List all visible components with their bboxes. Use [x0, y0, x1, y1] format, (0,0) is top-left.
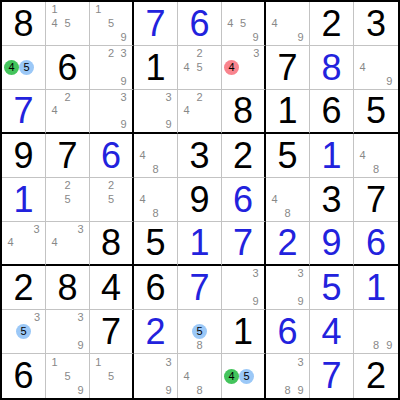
cell-r1c3[interactable]: 159: [90, 2, 134, 46]
candidate-8: 8: [369, 162, 382, 176]
cell-r7c1[interactable]: 2: [2, 266, 46, 310]
cell-r3c8[interactable]: 6: [310, 90, 354, 134]
cell-r6c3[interactable]: 8: [90, 222, 134, 266]
pencilmarks: 239: [90, 46, 132, 89]
candidate-1: 1: [92, 355, 105, 369]
cell-r5c6[interactable]: 6: [222, 178, 266, 222]
empty-slot-9: [254, 384, 262, 398]
empty-slot-3: [162, 135, 175, 149]
empty-slot-4: [92, 104, 105, 117]
empty-slot-3: [74, 355, 87, 369]
empty-slot-2: [61, 355, 74, 369]
cell-r5c3[interactable]: 25: [90, 178, 134, 222]
candidate-9: 9: [117, 30, 130, 44]
cell-r2c3[interactable]: 239: [90, 46, 134, 90]
pencilmarks: 39: [134, 354, 177, 398]
solved-digit: 8: [310, 46, 353, 89]
empty-slot-8: [193, 74, 206, 88]
candidate-3: 3: [74, 223, 87, 236]
candidate-3: 3: [117, 91, 130, 104]
empty-slot-9: [34, 75, 43, 88]
empty-slot-7: [136, 206, 149, 220]
cell-r1c2[interactable]: 145: [46, 2, 90, 46]
cell-r3c6[interactable]: 8: [222, 90, 266, 134]
empty-slot-1: [48, 179, 61, 193]
empty-slot-8: [281, 294, 294, 308]
empty-slot-2: [239, 355, 254, 369]
candidate-5: 5: [105, 193, 118, 207]
cell-r4c5[interactable]: 3: [178, 134, 222, 178]
empty-slot-6: [162, 149, 175, 163]
cell-r1c5[interactable]: 6: [178, 2, 222, 46]
empty-slot-2: [281, 3, 294, 17]
cell-r6c4[interactable]: 5: [134, 222, 178, 266]
empty-slot-6: [31, 324, 43, 339]
cell-r2c6[interactable]: 34: [222, 46, 266, 90]
empty-slot-6: [30, 236, 43, 249]
empty-slot-7: [180, 74, 193, 88]
empty-slot-3: [162, 179, 175, 193]
cell-r7c8[interactable]: 5: [310, 266, 354, 310]
candidate-4: 4: [180, 61, 193, 75]
cell-r6c5[interactable]: 1: [178, 222, 222, 266]
given-digit: 5: [354, 90, 398, 132]
candidate-3: 3: [31, 311, 43, 324]
given-digit: 9: [2, 134, 45, 177]
empty-slot-5: [281, 193, 294, 207]
pencilmarks: 48: [134, 178, 177, 221]
cell-r5c4[interactable]: 48: [134, 178, 178, 222]
empty-slot-3: [207, 311, 219, 324]
pencilmarks: 159: [46, 354, 89, 398]
cell-r9c2[interactable]: 159: [46, 354, 90, 398]
blue-highlighted-candidate-5: 5: [19, 60, 34, 75]
candidate-4: 4: [356, 61, 369, 75]
cell-r7c9[interactable]: 1: [354, 266, 398, 310]
empty-slot-2: [149, 135, 162, 149]
given-digit: 7: [90, 310, 132, 353]
empty-slot-5: [193, 369, 206, 383]
cell-r8c3[interactable]: 7: [90, 310, 134, 354]
cell-r1c7[interactable]: 49: [266, 2, 310, 46]
pencilmarks: 34: [2, 222, 45, 264]
candidate-slot-5: 5: [239, 369, 254, 384]
candidate-3: 3: [162, 355, 175, 369]
cell-r1c8[interactable]: 2: [310, 2, 354, 46]
empty-slot-8: [61, 383, 74, 397]
empty-slot-9: [383, 162, 396, 176]
empty-slot-6: [117, 17, 130, 31]
pencilmarks: 49: [354, 46, 398, 89]
cell-r4c9[interactable]: 48: [354, 134, 398, 178]
solved-digit: 1: [2, 178, 45, 221]
solved-digit: 6: [90, 134, 132, 177]
candidate-8: 8: [193, 383, 206, 397]
empty-slot-8: [239, 75, 251, 88]
cell-r7c4[interactable]: 6: [134, 266, 178, 310]
empty-slot-9: [206, 383, 219, 397]
empty-slot-7: [136, 383, 149, 397]
candidate-3: 3: [249, 267, 262, 281]
empty-slot-7: [356, 74, 369, 88]
given-digit: 6: [310, 90, 353, 132]
solved-digit: 7: [222, 222, 264, 264]
green-highlighted-candidate-4: 4: [224, 369, 239, 384]
cell-r9c3[interactable]: 15: [90, 354, 134, 398]
empty-slot-1: [356, 135, 369, 149]
solved-digit: 1: [354, 266, 398, 309]
given-digit: 4: [90, 266, 132, 309]
empty-slot-1: [136, 179, 149, 193]
cell-r2c8[interactable]: 8: [310, 46, 354, 90]
cell-r9c9[interactable]: 2: [354, 354, 398, 398]
empty-slot-2: [192, 311, 207, 324]
empty-slot-2: [16, 311, 31, 324]
empty-slot-7: [48, 206, 61, 220]
empty-slot-5: [193, 104, 206, 117]
solved-digit: 6: [178, 2, 221, 45]
empty-slot-9: [74, 30, 87, 44]
empty-slot-1: [48, 311, 61, 325]
empty-slot-6: [117, 61, 130, 75]
solved-digit: 1: [178, 222, 221, 264]
empty-slot-1: [92, 47, 105, 61]
cell-r9c5[interactable]: 48: [178, 354, 222, 398]
empty-slot-4: [180, 324, 192, 339]
empty-slot-1: [92, 91, 105, 104]
pencilmarks: 48: [134, 134, 177, 177]
cell-r2c4[interactable]: 1: [134, 46, 178, 90]
cell-r9c6[interactable]: 45: [222, 354, 266, 398]
candidate-3: 3: [74, 311, 87, 325]
pencilmarks: 25: [46, 178, 89, 221]
empty-slot-5: [149, 369, 162, 383]
cell-r5c9[interactable]: 7: [354, 178, 398, 222]
cell-r8c9[interactable]: 89: [354, 310, 398, 354]
cell-r4c2[interactable]: 7: [46, 134, 90, 178]
empty-slot-2: [281, 179, 294, 193]
empty-slot-1: [4, 311, 16, 324]
empty-slot-1: [180, 47, 193, 61]
empty-slot-6: [254, 369, 262, 384]
empty-slot-7: [92, 118, 105, 131]
empty-slot-2: [149, 179, 162, 193]
pencilmarks: 159: [90, 2, 132, 45]
given-digit: 3: [178, 134, 221, 177]
empty-slot-8: [19, 75, 34, 88]
empty-slot-7: [92, 74, 105, 88]
empty-slot-1: [4, 47, 19, 60]
solved-digit: 6: [222, 178, 264, 221]
cell-r8c2[interactable]: 39: [46, 310, 90, 354]
candidate-3: 3: [251, 47, 263, 60]
candidate-9: 9: [383, 74, 396, 88]
empty-slot-5: [105, 61, 118, 75]
candidate-1: 1: [48, 3, 61, 17]
empty-slot-9: [31, 339, 43, 352]
cell-r6c9[interactable]: 6: [354, 222, 398, 266]
empty-slot-5: [149, 104, 162, 117]
empty-slot-7: [92, 206, 105, 220]
empty-slot-3: [249, 3, 262, 17]
cell-r5c2[interactable]: 25: [46, 178, 90, 222]
candidate-9: 9: [162, 118, 175, 131]
candidate-4: 4: [136, 193, 149, 207]
cell-r6c2[interactable]: 34: [46, 222, 90, 266]
cell-r5c5[interactable]: 9: [178, 178, 222, 222]
cell-r9c1[interactable]: 6: [2, 354, 46, 398]
cell-r3c7[interactable]: 1: [266, 90, 310, 134]
empty-slot-3: [383, 47, 396, 61]
pencilmarks: 15: [90, 354, 132, 398]
candidate-9: 9: [74, 338, 87, 352]
empty-slot-8: [237, 294, 250, 308]
candidate-8: 8: [369, 338, 382, 352]
empty-slot-6: [74, 325, 87, 339]
solved-digit: 7: [134, 2, 177, 45]
cell-r1c9[interactable]: 3: [354, 2, 398, 46]
empty-slot-4: [48, 325, 61, 339]
candidate-slot-5: 5: [19, 60, 34, 75]
empty-slot-8: [281, 30, 294, 44]
empty-slot-2: [369, 47, 382, 61]
cell-r4c1[interactable]: 9: [2, 134, 46, 178]
cell-r4c6[interactable]: 2: [222, 134, 266, 178]
solved-digit: 6: [266, 310, 309, 353]
cell-r2c1[interactable]: 45: [2, 46, 46, 90]
empty-slot-2: [237, 267, 250, 281]
empty-slot-2: [237, 3, 250, 17]
empty-slot-7: [92, 30, 105, 44]
candidate-8: 8: [149, 206, 162, 220]
empty-slot-5: [369, 149, 382, 163]
candidate-4: 4: [48, 17, 61, 31]
empty-slot-2: [105, 3, 118, 17]
blue-highlighted-candidate-5: 5: [239, 369, 254, 384]
empty-slot-3: [117, 355, 130, 369]
cell-r8c8[interactable]: 4: [310, 310, 354, 354]
empty-slot-6: [249, 17, 262, 31]
empty-slot-9: [294, 206, 307, 220]
cell-r3c1[interactable]: 7: [2, 90, 46, 134]
empty-slot-7: [268, 383, 281, 397]
empty-slot-5: [239, 60, 251, 75]
candidate-4: 4: [268, 193, 281, 207]
empty-slot-7: [224, 294, 237, 308]
empty-slot-5: [369, 325, 382, 339]
empty-slot-3: [206, 91, 219, 104]
empty-slot-2: [239, 47, 251, 60]
cell-r4c8[interactable]: 1: [310, 134, 354, 178]
candidate-5: 5: [61, 369, 74, 383]
candidate-9: 9: [294, 294, 307, 308]
green-highlighted-candidate-4: 4: [4, 60, 19, 75]
empty-slot-1: [224, 3, 237, 17]
empty-slot-6: [294, 193, 307, 207]
empty-slot-5: [369, 61, 382, 75]
cell-r8c7[interactable]: 6: [266, 310, 310, 354]
empty-slot-6: [74, 369, 87, 383]
empty-slot-5: [237, 281, 250, 295]
cell-r4c7[interactable]: 5: [266, 134, 310, 178]
pencilmarks: 459: [222, 2, 264, 45]
candidate-4: 4: [180, 369, 193, 383]
empty-slot-9: [117, 206, 130, 220]
empty-slot-9: [206, 118, 219, 131]
cell-r1c1[interactable]: 8: [2, 2, 46, 46]
empty-slot-4: [48, 369, 61, 383]
empty-slot-8: [61, 30, 74, 44]
candidate-9: 9: [74, 383, 87, 397]
candidate-3: 3: [294, 267, 307, 281]
cell-r8c1[interactable]: 35: [2, 310, 46, 354]
empty-slot-6: [34, 60, 43, 75]
pencilmarks: 45: [222, 354, 264, 398]
cell-r1c6[interactable]: 459: [222, 2, 266, 46]
cell-r3c9[interactable]: 5: [354, 90, 398, 134]
cell-r2c5[interactable]: 245: [178, 46, 222, 90]
empty-slot-3: [117, 179, 130, 193]
given-digit: 7: [354, 178, 398, 221]
cell-r5c1[interactable]: 1: [2, 178, 46, 222]
empty-slot-7: [48, 338, 61, 352]
cell-r6c7[interactable]: 2: [266, 222, 310, 266]
solved-digit: 9: [310, 222, 353, 264]
empty-slot-6: [117, 193, 130, 207]
cell-r8c4[interactable]: 2: [134, 310, 178, 354]
given-digit: 6: [134, 266, 177, 309]
empty-slot-8: [17, 250, 30, 263]
empty-slot-7: [356, 338, 369, 352]
empty-slot-3: [34, 47, 43, 60]
empty-slot-3: [254, 355, 262, 369]
empty-slot-4: [356, 325, 369, 339]
cell-r6c1[interactable]: 34: [2, 222, 46, 266]
empty-slot-8: [105, 30, 118, 44]
candidate-9: 9: [117, 74, 130, 88]
empty-slot-7: [268, 294, 281, 308]
cell-r3c2[interactable]: 24: [46, 90, 90, 134]
candidate-5: 5: [193, 61, 206, 75]
given-digit: 8: [2, 2, 45, 45]
empty-slot-4: [92, 193, 105, 207]
empty-slot-8: [105, 74, 118, 88]
empty-slot-2: [281, 355, 294, 369]
empty-slot-3: [294, 179, 307, 193]
cell-r2c9[interactable]: 49: [354, 46, 398, 90]
empty-slot-7: [4, 250, 17, 263]
empty-slot-6: [294, 369, 307, 383]
empty-slot-7: [48, 30, 61, 44]
empty-slot-8: [16, 339, 31, 352]
cell-r7c6[interactable]: 39: [222, 266, 266, 310]
empty-slot-8: [149, 118, 162, 131]
empty-slot-7: [180, 383, 193, 397]
cell-r3c4[interactable]: 39: [134, 90, 178, 134]
cell-r4c4[interactable]: 48: [134, 134, 178, 178]
cell-r3c5[interactable]: 24: [178, 90, 222, 134]
pencilmarks: 24: [178, 90, 221, 132]
candidate-4: 4: [180, 104, 193, 117]
candidate-9: 9: [294, 383, 307, 397]
cell-r9c4[interactable]: 39: [134, 354, 178, 398]
solved-digit: 2: [134, 310, 177, 353]
empty-slot-8: [105, 383, 118, 397]
cell-r6c8[interactable]: 9: [310, 222, 354, 266]
cell-r9c7[interactable]: 389: [266, 354, 310, 398]
cell-r8c5[interactable]: 58: [178, 310, 222, 354]
cell-r2c2[interactable]: 6: [46, 46, 90, 90]
empty-slot-5: [149, 149, 162, 163]
cell-r2c7[interactable]: 7: [266, 46, 310, 90]
pencilmarks: 24: [46, 90, 89, 132]
cell-r3c3[interactable]: 39: [90, 90, 134, 134]
cell-r5c8[interactable]: 3: [310, 178, 354, 222]
candidate-5: 5: [61, 17, 74, 31]
empty-slot-6: [162, 369, 175, 383]
empty-slot-1: [268, 355, 281, 369]
empty-slot-6: [383, 325, 396, 339]
cell-r7c5[interactable]: 7: [178, 266, 222, 310]
pencilmarks: 25: [90, 178, 132, 221]
cell-r7c2[interactable]: 8: [46, 266, 90, 310]
empty-slot-6: [383, 149, 396, 163]
cell-r7c7[interactable]: 39: [266, 266, 310, 310]
candidate-5: 5: [105, 369, 118, 383]
empty-slot-7: [224, 75, 239, 88]
pencilmarks: 389: [266, 354, 309, 398]
candidate-9: 9: [249, 294, 262, 308]
cell-r4c3[interactable]: 6: [90, 134, 134, 178]
empty-slot-6: [294, 281, 307, 295]
empty-slot-4: [92, 61, 105, 75]
empty-slot-6: [251, 60, 263, 75]
empty-slot-6: [383, 61, 396, 75]
empty-slot-2: [149, 355, 162, 369]
cell-r5c7[interactable]: 48: [266, 178, 310, 222]
empty-slot-1: [268, 179, 281, 193]
empty-slot-9: [74, 250, 87, 263]
empty-slot-1: [4, 223, 17, 236]
blue-highlighted-candidate-5: 5: [192, 324, 207, 339]
given-digit: 3: [310, 178, 353, 221]
empty-slot-2: [149, 91, 162, 104]
cell-r9c8[interactable]: 7: [310, 354, 354, 398]
empty-slot-7: [356, 162, 369, 176]
empty-slot-8: [61, 118, 74, 131]
empty-slot-8: [239, 384, 254, 398]
empty-slot-1: [356, 47, 369, 61]
solved-digit: 4: [310, 310, 353, 353]
cell-r1c4[interactable]: 7: [134, 2, 178, 46]
pencilmarks: 58: [178, 310, 221, 353]
empty-slot-3: [74, 179, 87, 193]
cell-r7c3[interactable]: 4: [90, 266, 134, 310]
cell-r6c6[interactable]: 7: [222, 222, 266, 266]
empty-slot-3: [206, 47, 219, 61]
empty-slot-9: [74, 206, 87, 220]
cell-r8c6[interactable]: 1: [222, 310, 266, 354]
candidate-3: 3: [117, 47, 130, 61]
pencilmarks: 39: [222, 266, 264, 309]
candidate-2: 2: [193, 91, 206, 104]
empty-slot-2: [61, 223, 74, 236]
empty-slot-1: [224, 267, 237, 281]
empty-slot-6: [249, 281, 262, 295]
empty-slot-8: [105, 118, 118, 131]
empty-slot-7: [136, 118, 149, 131]
empty-slot-3: [74, 91, 87, 104]
